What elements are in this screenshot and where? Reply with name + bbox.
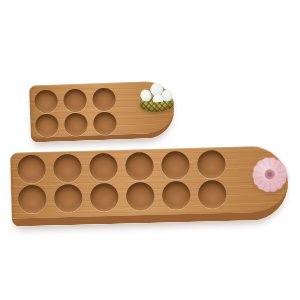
pit[interactable]: [162, 181, 191, 210]
pit-grid-large: [17, 150, 226, 213]
egg-nest: [137, 78, 176, 119]
pit[interactable]: [161, 151, 190, 180]
pit[interactable]: [54, 184, 83, 213]
pit[interactable]: [126, 182, 155, 211]
pit[interactable]: [125, 152, 154, 181]
pit[interactable]: [63, 89, 87, 113]
pit[interactable]: [64, 113, 88, 137]
pit[interactable]: [198, 180, 227, 209]
pit[interactable]: [18, 185, 47, 214]
pit[interactable]: [34, 90, 58, 114]
flower-knob-icon: [249, 154, 290, 195]
pit-grid-small: [34, 88, 117, 138]
mancala-board-small: [29, 81, 175, 143]
pit[interactable]: [17, 155, 46, 184]
pit[interactable]: [90, 183, 119, 212]
product-photo-scene: [0, 0, 300, 300]
pit[interactable]: [92, 88, 116, 112]
mancala-board-large: [10, 145, 289, 226]
pit[interactable]: [35, 114, 59, 138]
pit[interactable]: [93, 112, 117, 136]
pit[interactable]: [197, 150, 226, 179]
pit[interactable]: [53, 154, 82, 183]
pit[interactable]: [89, 153, 118, 182]
egg-group: [137, 78, 175, 79]
